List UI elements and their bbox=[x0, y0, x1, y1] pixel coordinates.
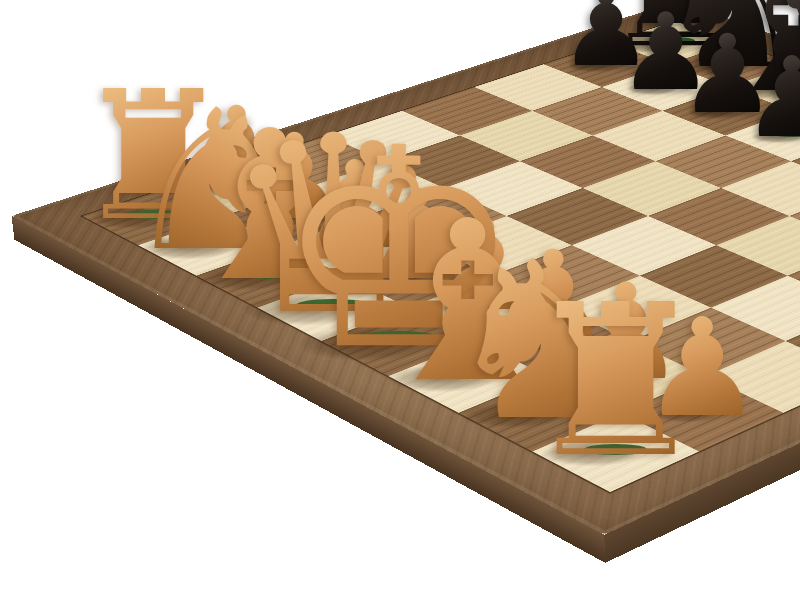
chess-set-photo: ♜♞♝♛♚♝♞♜♟♟♟♟♟♟♟♟♟♟♟♟♟♟♟♟♜♞♝♛♚♝♞♜ bbox=[0, 0, 800, 600]
board-squares-grid bbox=[82, 21, 800, 492]
chess-board-frame bbox=[12, 1, 800, 535]
board-3d-scene bbox=[0, 0, 800, 600]
